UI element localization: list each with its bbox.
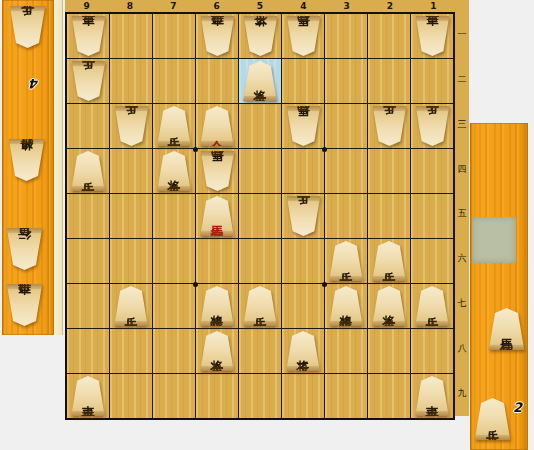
piece-kanji: 桂馬: [211, 170, 224, 172]
piece-pawn-57[interactable]: 歩兵: [243, 286, 278, 326]
file-label-9: 9: [65, 0, 108, 12]
square-23[interactable]: 歩兵: [368, 104, 410, 148]
square-31[interactable]: [325, 14, 367, 58]
file-label-6: 6: [195, 0, 238, 12]
piece-kanji: 歩兵: [486, 418, 499, 420]
sente-hand-knight[interactable]: 桂馬: [488, 308, 525, 350]
piece-kanji: 金将: [254, 80, 267, 82]
square-79[interactable]: [153, 374, 195, 418]
piece-lance-11[interactable]: 香車: [415, 16, 450, 56]
square-32[interactable]: [325, 59, 367, 103]
piece-pawn[interactable]: 歩兵: [9, 6, 46, 48]
square-16[interactable]: [411, 239, 453, 283]
square-45[interactable]: 歩兵: [282, 194, 324, 238]
file-label-8: 8: [108, 0, 151, 12]
piece-promoted-silver-63[interactable]: 金: [200, 106, 235, 146]
square-43[interactable]: 桂馬: [282, 104, 324, 148]
square-46[interactable]: [282, 239, 324, 283]
square-85[interactable]: [110, 194, 152, 238]
hoshi-dot: [193, 282, 198, 287]
piece-kanji: 歩兵: [383, 260, 396, 262]
piece-knight-43[interactable]: 桂馬: [286, 106, 321, 146]
board-grid: 香車飛車王将桂馬香車歩兵金将歩兵歩兵金桂馬歩兵歩兵歩兵金将桂馬龍馬歩兵歩兵歩兵歩…: [65, 12, 455, 420]
piece-knight[interactable]: 桂馬: [488, 308, 525, 350]
square-94[interactable]: 歩兵: [67, 149, 109, 193]
piece-promoted-bishop-65[interactable]: 龍馬: [200, 196, 235, 236]
square-78[interactable]: [153, 329, 195, 373]
file-label-5: 5: [238, 0, 281, 12]
square-83[interactable]: 歩兵: [110, 104, 152, 148]
piece-knight-41[interactable]: 桂馬: [286, 16, 321, 56]
piece-kanji: 歩兵: [426, 305, 439, 307]
square-92[interactable]: 歩兵: [67, 59, 109, 103]
gote-captured-stand: 歩兵4銀将角行飛車: [2, 0, 54, 335]
square-15[interactable]: [411, 194, 453, 238]
gote-hand-rook[interactable]: 飛車: [6, 284, 43, 326]
square-56[interactable]: [239, 239, 281, 283]
piece-rook[interactable]: 飛車: [6, 284, 43, 326]
rank-label-1: 一: [455, 12, 469, 57]
square-63[interactable]: 金: [196, 104, 238, 148]
square-88[interactable]: [110, 329, 152, 373]
stand-highlight-patch: [472, 217, 516, 263]
piece-kanji: 香車: [426, 35, 439, 37]
sente-hand-pawn[interactable]: 歩兵: [474, 398, 511, 440]
piece-pawn-92[interactable]: 歩兵: [71, 61, 106, 101]
piece-kanji: 銀将: [211, 305, 224, 307]
square-58[interactable]: [239, 329, 281, 373]
square-47[interactable]: [282, 284, 324, 328]
hoshi-dot: [322, 282, 327, 287]
piece-pawn-94[interactable]: 歩兵: [71, 151, 106, 191]
piece-kanji: 歩兵: [125, 125, 138, 127]
piece-kanji: 金将: [383, 305, 396, 307]
square-12[interactable]: [411, 59, 453, 103]
piece-kanji: 金将: [211, 350, 224, 352]
square-86[interactable]: [110, 239, 152, 283]
square-81[interactable]: [110, 14, 152, 58]
square-28[interactable]: [368, 329, 410, 373]
piece-kanji: 銀将: [20, 159, 33, 161]
square-97[interactable]: [67, 284, 109, 328]
piece-kanji: 香車: [82, 35, 95, 37]
square-49[interactable]: [282, 374, 324, 418]
square-71[interactable]: [153, 14, 195, 58]
piece-pawn-17[interactable]: 歩兵: [415, 286, 450, 326]
square-25[interactable]: [368, 194, 410, 238]
square-87[interactable]: 歩兵: [110, 284, 152, 328]
square-41[interactable]: 桂馬: [282, 14, 324, 58]
piece-kanji: 歩兵: [383, 125, 396, 127]
piece-lance-91[interactable]: 香車: [71, 16, 106, 56]
piece-gold-68[interactable]: 金将: [200, 331, 235, 371]
file-label-1: 1: [412, 0, 455, 12]
rank-label-8: 八: [455, 326, 469, 371]
square-29[interactable]: [368, 374, 410, 418]
square-93[interactable]: [67, 104, 109, 148]
piece-kanji: 歩兵: [426, 125, 439, 127]
piece-kanji: 飛車: [18, 304, 31, 306]
rank-labels: 一二三四五六七八九: [455, 12, 469, 416]
square-37[interactable]: 銀将: [325, 284, 367, 328]
piece-knight-64[interactable]: 桂馬: [200, 151, 235, 191]
rank-label-5: 五: [455, 192, 469, 237]
rank-label-3: 三: [455, 102, 469, 147]
rank-label-4: 四: [455, 147, 469, 192]
file-label-7: 7: [152, 0, 195, 12]
sente-hand-pawn-count: 2: [513, 400, 522, 415]
piece-kanji: 桂馬: [500, 328, 513, 330]
label-corner: [455, 0, 469, 12]
piece-kanji: 歩兵: [168, 125, 181, 127]
square-66[interactable]: [196, 239, 238, 283]
square-21[interactable]: [368, 14, 410, 58]
square-17[interactable]: 歩兵: [411, 284, 453, 328]
square-61[interactable]: 飛車: [196, 14, 238, 58]
piece-pawn[interactable]: 歩兵: [474, 398, 511, 440]
piece-king-51[interactable]: 王将: [243, 16, 278, 56]
square-98[interactable]: [67, 329, 109, 373]
square-11[interactable]: 香車: [411, 14, 453, 58]
piece-lance-19[interactable]: 香車: [415, 376, 450, 416]
square-24[interactable]: [368, 149, 410, 193]
square-35[interactable]: [325, 194, 367, 238]
square-14[interactable]: [411, 149, 453, 193]
square-39[interactable]: [325, 374, 367, 418]
piece-kanji: 桂馬: [297, 35, 310, 37]
file-labels: 987654321: [65, 0, 455, 12]
square-52[interactable]: 金将: [239, 59, 281, 103]
square-51[interactable]: 王将: [239, 14, 281, 58]
gote-hand-pawn-count: 4: [30, 76, 39, 91]
piece-gold-52[interactable]: 金将: [243, 61, 278, 101]
square-44[interactable]: [282, 149, 324, 193]
square-22[interactable]: [368, 59, 410, 103]
square-59[interactable]: [239, 374, 281, 418]
piece-kanji: 歩兵: [82, 80, 95, 82]
file-label-2: 2: [368, 0, 411, 12]
rank-label-2: 二: [455, 57, 469, 102]
square-95[interactable]: [67, 194, 109, 238]
gote-hand-pawn[interactable]: 歩兵: [9, 6, 46, 48]
piece-kanji: 歩兵: [340, 260, 353, 262]
hoshi-dot: [193, 147, 198, 152]
square-75[interactable]: [153, 194, 195, 238]
square-82[interactable]: [110, 59, 152, 103]
piece-kanji: 金将: [168, 170, 181, 172]
square-74[interactable]: 金将: [153, 149, 195, 193]
piece-kanji: 歩兵: [82, 170, 95, 172]
shogi-app: 歩兵4銀将角行飛車 987654321 香車飛車王将桂馬香車歩兵金将歩兵歩兵金桂…: [0, 0, 534, 450]
piece-kanji: 歩兵: [254, 305, 267, 307]
piece-pawn-26[interactable]: 歩兵: [372, 241, 407, 281]
piece-gold-27[interactable]: 金将: [372, 286, 407, 326]
gote-hand-silver[interactable]: 銀将: [8, 139, 45, 181]
board-area: 987654321 香車飛車王将桂馬香車歩兵金将歩兵歩兵金桂馬歩兵歩兵歩兵金将桂…: [65, 0, 469, 420]
piece-kanji: 王将: [254, 35, 267, 37]
piece-pawn-73[interactable]: 歩兵: [157, 106, 192, 146]
stand-edge: [54, 0, 63, 335]
rank-label-6: 六: [455, 236, 469, 281]
square-27[interactable]: 金将: [368, 284, 410, 328]
square-33[interactable]: [325, 104, 367, 148]
piece-kanji: 香車: [426, 395, 439, 397]
square-77[interactable]: [153, 284, 195, 328]
square-68[interactable]: 金将: [196, 329, 238, 373]
piece-kanji: 桂馬: [297, 125, 310, 127]
sente-captured-stand: 桂馬歩兵2: [470, 123, 528, 450]
square-99[interactable]: 香車: [67, 374, 109, 418]
piece-pawn-45[interactable]: 歩兵: [286, 196, 321, 236]
square-62[interactable]: [196, 59, 238, 103]
file-label-4: 4: [282, 0, 325, 12]
piece-kanji: 銀将: [340, 305, 353, 307]
piece-pawn-83[interactable]: 歩兵: [114, 106, 149, 146]
piece-silver-37[interactable]: 銀将: [329, 286, 364, 326]
piece-pawn-87[interactable]: 歩兵: [114, 286, 149, 326]
square-26[interactable]: 歩兵: [368, 239, 410, 283]
square-57[interactable]: 歩兵: [239, 284, 281, 328]
piece-kanji: 玉将: [297, 350, 310, 352]
gote-hand-bishop[interactable]: 角行: [6, 228, 43, 270]
square-38[interactable]: [325, 329, 367, 373]
square-65[interactable]: 龍馬: [196, 194, 238, 238]
square-64[interactable]: 桂馬: [196, 149, 238, 193]
piece-rook-61[interactable]: 飛車: [200, 16, 235, 56]
square-18[interactable]: [411, 329, 453, 373]
square-67[interactable]: 銀将: [196, 284, 238, 328]
piece-kanji: 香車: [82, 395, 95, 397]
square-96[interactable]: [67, 239, 109, 283]
square-76[interactable]: [153, 239, 195, 283]
piece-kanji: 飛車: [211, 35, 224, 37]
square-73[interactable]: 歩兵: [153, 104, 195, 148]
piece-silver[interactable]: 銀将: [8, 139, 45, 181]
piece-gold-74[interactable]: 金将: [157, 151, 192, 191]
square-84[interactable]: [110, 149, 152, 193]
rank-label-9: 九: [455, 371, 469, 416]
piece-kanji: 歩兵: [21, 26, 34, 28]
square-55[interactable]: [239, 194, 281, 238]
piece-kanji: 角行: [18, 248, 31, 250]
square-72[interactable]: [153, 59, 195, 103]
square-34[interactable]: [325, 149, 367, 193]
hoshi-dot: [322, 147, 327, 152]
piece-silver-67[interactable]: 銀将: [200, 286, 235, 326]
square-36[interactable]: 歩兵: [325, 239, 367, 283]
square-69[interactable]: [196, 374, 238, 418]
rank-label-7: 七: [455, 281, 469, 326]
square-89[interactable]: [110, 374, 152, 418]
piece-kanji: 歩兵: [125, 305, 138, 307]
square-54[interactable]: [239, 149, 281, 193]
piece-kanji: 龍馬: [211, 215, 224, 217]
piece-pawn-36[interactable]: 歩兵: [329, 241, 364, 281]
piece-king-48[interactable]: 玉将: [286, 331, 321, 371]
square-19[interactable]: 香車: [411, 374, 453, 418]
piece-lance-99[interactable]: 香車: [71, 376, 106, 416]
square-13[interactable]: 歩兵: [411, 104, 453, 148]
piece-kanji: 歩兵: [297, 215, 310, 217]
square-53[interactable]: [239, 104, 281, 148]
piece-pawn-23[interactable]: 歩兵: [372, 106, 407, 146]
square-48[interactable]: 玉将: [282, 329, 324, 373]
file-label-3: 3: [325, 0, 368, 12]
square-91[interactable]: 香車: [67, 14, 109, 58]
square-42[interactable]: [282, 59, 324, 103]
piece-pawn-13[interactable]: 歩兵: [415, 106, 450, 146]
piece-bishop[interactable]: 角行: [6, 228, 43, 270]
